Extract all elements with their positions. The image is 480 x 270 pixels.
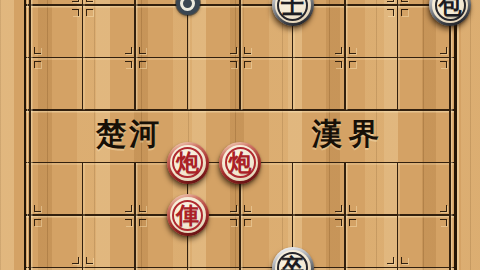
piece-red-cannon-2[interactable]: 炮	[219, 142, 261, 184]
xiangqi-board[interactable]: 楚河 漢界 士包炮炮俥卒	[0, 0, 480, 270]
piece-black-soldier[interactable]: 卒	[272, 247, 314, 270]
piece-glyph-red-cannon-1: 炮	[167, 142, 209, 184]
piece-glyph-black-soldier: 卒	[272, 247, 314, 270]
piece-glyph-red-chariot: 俥	[167, 194, 209, 236]
piece-red-chariot[interactable]: 俥	[167, 194, 209, 236]
piece-black-cannon[interactable]: 包	[429, 0, 471, 26]
piece-glyph-red-cannon-2: 炮	[219, 142, 261, 184]
piece-glyph-black-cannon: 包	[429, 0, 471, 26]
piece-red-cannon-1[interactable]: 炮	[167, 142, 209, 184]
piece-glyph-black-advisor: 士	[272, 0, 314, 26]
piece-black-advisor[interactable]: 士	[272, 0, 314, 26]
pieces-layer: 士包炮炮俥卒	[0, 0, 480, 270]
